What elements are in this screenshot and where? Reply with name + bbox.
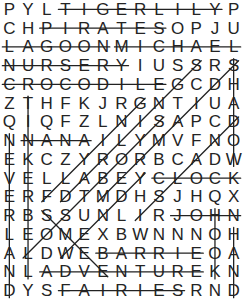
grid-cell-r2c3: P bbox=[37, 19, 56, 38]
grid-cell-r11c3: F bbox=[37, 188, 56, 207]
grid-cell-r15c11: E bbox=[187, 263, 206, 282]
grid-cell-r9c6: R bbox=[93, 150, 112, 169]
grid-cell-r15c13: N bbox=[224, 263, 243, 282]
grid-cell-r16c8: I bbox=[131, 281, 150, 300]
grid-cell-r1c6: G bbox=[93, 0, 112, 19]
grid-cell-r6c5: K bbox=[75, 94, 94, 113]
grid-cell-r15c1: N bbox=[0, 263, 19, 282]
grid-cell-r7c6: L bbox=[93, 113, 112, 132]
grid-cell-r8c1: N bbox=[0, 131, 19, 150]
grid-cell-r13c2: E bbox=[19, 225, 38, 244]
grid-cell-r14c3: D bbox=[37, 244, 56, 263]
grid-cell-r8c2: N bbox=[19, 131, 38, 150]
grid-cell-r9c12: D bbox=[206, 150, 225, 169]
grid-cell-r9c13: W bbox=[224, 150, 243, 169]
grid-cell-r11c8: H bbox=[131, 188, 150, 207]
grid-cell-r10c8: Y bbox=[131, 169, 150, 188]
grid-cell-r2c8: E bbox=[131, 19, 150, 38]
grid-cell-r5c1: C bbox=[0, 75, 19, 94]
grid-cell-r2c11: P bbox=[187, 19, 206, 38]
grid-cell-r14c4: W bbox=[56, 244, 75, 263]
grid-cell-r5c8: L bbox=[131, 75, 150, 94]
grid-cell-r5c5: O bbox=[75, 75, 94, 94]
grid-cell-r11c10: J bbox=[168, 188, 187, 207]
grid-cell-r10c12: C bbox=[206, 169, 225, 188]
grid-cell-r8c10: V bbox=[168, 131, 187, 150]
grid-cell-r13c4: M bbox=[56, 225, 75, 244]
grid-cell-r11c13: X bbox=[224, 188, 243, 207]
grid-cell-r14c1: A bbox=[0, 244, 19, 263]
grid-cell-r6c6: J bbox=[93, 94, 112, 113]
grid-cell-r4c7: Y bbox=[112, 56, 131, 75]
grid-cell-r9c3: C bbox=[37, 150, 56, 169]
grid-cell-r11c12: Q bbox=[206, 188, 225, 207]
grid-cell-r1c7: E bbox=[112, 0, 131, 19]
grid-cell-r7c7: N bbox=[112, 113, 131, 132]
grid-cell-r1c5: I bbox=[75, 0, 94, 19]
grid-cell-r1c11: L bbox=[187, 0, 206, 19]
grid-cell-r13c6: X bbox=[93, 225, 112, 244]
grid-cell-r12c7: L bbox=[112, 206, 131, 225]
grid-cell-r8c5: A bbox=[75, 131, 94, 150]
grid-cell-r3c7: M bbox=[112, 38, 131, 57]
grid-cell-r1c12: Y bbox=[206, 0, 225, 19]
grid-cell-r2c9: S bbox=[150, 19, 169, 38]
grid-cell-r12c3: S bbox=[37, 206, 56, 225]
grid-cell-r10c3: L bbox=[37, 169, 56, 188]
grid-cell-r16c5: A bbox=[75, 281, 94, 300]
grid-cell-r14c12: O bbox=[206, 244, 225, 263]
grid-cell-r6c9: N bbox=[150, 94, 169, 113]
grid-cell-r6c1: Z bbox=[0, 94, 19, 113]
grid-cell-r11c4: D bbox=[56, 188, 75, 207]
grid-cell-r12c8: I bbox=[131, 206, 150, 225]
grid-cell-r7c3: Q bbox=[37, 113, 56, 132]
grid-cell-r4c1: N bbox=[0, 56, 19, 75]
grid-cell-r8c9: M bbox=[150, 131, 169, 150]
grid-cell-r16c2: Y bbox=[19, 281, 38, 300]
grid-cell-r4c3: R bbox=[37, 56, 56, 75]
grid-cell-r9c11: A bbox=[187, 150, 206, 169]
grid-cell-r6c4: F bbox=[56, 94, 75, 113]
grid-cell-r15c4: D bbox=[56, 263, 75, 282]
grid-cell-r10c6: B bbox=[93, 169, 112, 188]
grid-cell-r15c8: T bbox=[131, 263, 150, 282]
grid-cell-r9c5: Y bbox=[75, 150, 94, 169]
grid-cell-r11c1: E bbox=[0, 188, 19, 207]
grid-cell-r6c3: H bbox=[37, 94, 56, 113]
grid-cell-r4c2: U bbox=[19, 56, 38, 75]
grid-cell-r12c12: H bbox=[206, 206, 225, 225]
grid-cell-r3c2: A bbox=[19, 38, 38, 57]
grid-cell-r2c6: A bbox=[93, 19, 112, 38]
grid-cell-r7c10: A bbox=[168, 113, 187, 132]
grid-cell-r5c6: D bbox=[93, 75, 112, 94]
grid-cell-r5c2: R bbox=[19, 75, 38, 94]
grid-cell-r3c5: O bbox=[75, 38, 94, 57]
grid-cell-r10c4: L bbox=[56, 169, 75, 188]
grid-cell-r13c1: L bbox=[0, 225, 19, 244]
grid-cell-r6c8: G bbox=[131, 94, 150, 113]
grid-cell-r10c11: O bbox=[187, 169, 206, 188]
grid-cell-r15c6: E bbox=[93, 263, 112, 282]
grid-cell-r6c7: R bbox=[112, 94, 131, 113]
grid-cell-r11c2: R bbox=[19, 188, 38, 207]
grid-cell-r7c5: Z bbox=[75, 113, 94, 132]
grid-cell-r1c9: L bbox=[150, 0, 169, 19]
grid-cell-r3c12: E bbox=[206, 38, 225, 57]
grid-cell-r8c4: N bbox=[56, 131, 75, 150]
grid-cell-r9c8: R bbox=[131, 150, 150, 169]
grid-cell-r9c7: O bbox=[112, 150, 131, 169]
grid-cell-r5c13: H bbox=[224, 75, 243, 94]
grid-cell-r14c2: L bbox=[19, 244, 38, 263]
grid-cell-r13c7: B bbox=[112, 225, 131, 244]
grid-cell-r1c3: L bbox=[37, 0, 56, 19]
grid-cell-r7c11: P bbox=[187, 113, 206, 132]
grid-cell-r11c6: M bbox=[93, 188, 112, 207]
grid-cell-r11c7: D bbox=[112, 188, 131, 207]
grid-cell-r3c4: O bbox=[56, 38, 75, 57]
grid-cell-r3c10: H bbox=[168, 38, 187, 57]
grid-cell-r16c6: I bbox=[93, 281, 112, 300]
grid-cell-r16c3: S bbox=[37, 281, 56, 300]
grid-cell-r1c1: P bbox=[0, 0, 19, 19]
grid-cell-r12c2: B bbox=[19, 206, 38, 225]
grid-cell-r7c4: F bbox=[56, 113, 75, 132]
grid-cell-r3c13: L bbox=[224, 38, 243, 57]
grid-cell-r12c6: N bbox=[93, 206, 112, 225]
grid-cell-r7c12: C bbox=[206, 113, 225, 132]
grid-cell-r5c3: O bbox=[37, 75, 56, 94]
grid-cell-r9c9: B bbox=[150, 150, 169, 169]
grid-cell-r9c1: E bbox=[0, 150, 19, 169]
grid-cell-r2c10: O bbox=[168, 19, 187, 38]
grid-cell-r10c5: A bbox=[75, 169, 94, 188]
grid-cell-r2c7: T bbox=[112, 19, 131, 38]
grid-cell-r14c8: R bbox=[131, 244, 150, 263]
grid-cell-r13c3: O bbox=[37, 225, 56, 244]
grid-cell-r7c2: I bbox=[19, 113, 38, 132]
grid-cell-r5c4: C bbox=[56, 75, 75, 94]
grid-cell-r6c2: T bbox=[19, 94, 38, 113]
grid-cell-r15c9: U bbox=[150, 263, 169, 282]
grid-cell-r1c10: I bbox=[168, 0, 187, 19]
grid-cell-r13c10: N bbox=[168, 225, 187, 244]
grid-cell-r16c9: E bbox=[150, 281, 169, 300]
grid-cell-r4c5: E bbox=[75, 56, 94, 75]
grid-cell-r12c13: N bbox=[224, 206, 243, 225]
grid-cell-r15c7: N bbox=[112, 263, 131, 282]
grid-cell-r3c8: I bbox=[131, 38, 150, 57]
grid-cell-r5c10: G bbox=[168, 75, 187, 94]
grid-cell-r8c3: A bbox=[37, 131, 56, 150]
grid-cell-r1c2: Y bbox=[19, 0, 38, 19]
grid-cell-r8c7: L bbox=[112, 131, 131, 150]
grid-cell-r11c5: T bbox=[75, 188, 94, 207]
grid-cell-r10c10: L bbox=[168, 169, 187, 188]
grid-cell-r1c13: P bbox=[224, 0, 243, 19]
grid-cell-r13c13: H bbox=[224, 225, 243, 244]
grid-cell-r12c4: S bbox=[56, 206, 75, 225]
grid-cell-r8c11: F bbox=[187, 131, 206, 150]
grid-cell-r14c7: A bbox=[112, 244, 131, 263]
grid-cell-r16c4: F bbox=[56, 281, 75, 300]
grid-cell-r10c1: V bbox=[0, 169, 19, 188]
grid-cell-r14c6: B bbox=[93, 244, 112, 263]
grid-cell-r4c10: S bbox=[168, 56, 187, 75]
grid-cell-r3c9: C bbox=[150, 38, 169, 57]
grid-cell-r14c10: I bbox=[168, 244, 187, 263]
grid-cell-r1c8: R bbox=[131, 0, 150, 19]
grid-cell-r9c2: K bbox=[19, 150, 38, 169]
grid-cell-r7c1: Q bbox=[0, 113, 19, 132]
grid-cell-r15c5: V bbox=[75, 263, 94, 282]
grid-cell-r2c4: I bbox=[56, 19, 75, 38]
grid-cell-r5c7: I bbox=[112, 75, 131, 94]
grid-cell-r5c9: E bbox=[150, 75, 169, 94]
grid-cell-r6c10: T bbox=[168, 94, 187, 113]
grid-cell-r6c11: I bbox=[187, 94, 206, 113]
grid-cell-r16c1: D bbox=[0, 281, 19, 300]
grid-cell-r5c11: C bbox=[187, 75, 206, 94]
grid-cell-r10c7: E bbox=[112, 169, 131, 188]
grid-cell-r4c12: R bbox=[206, 56, 225, 75]
grid-cell-r11c11: H bbox=[187, 188, 206, 207]
grid-cell-r10c2: E bbox=[19, 169, 38, 188]
grid-cell-r2c12: J bbox=[206, 19, 225, 38]
grid-cell-r12c9: R bbox=[150, 206, 169, 225]
grid-cell-r4c6: R bbox=[93, 56, 112, 75]
grid-cell-r14c11: E bbox=[187, 244, 206, 263]
grid-cell-r2c5: R bbox=[75, 19, 94, 38]
grid-cell-r16c7: R bbox=[112, 281, 131, 300]
grid-cell-r15c3: A bbox=[37, 263, 56, 282]
grid-cell-r10c9: C bbox=[150, 169, 169, 188]
grid-cell-r16c13: D bbox=[224, 281, 243, 300]
grid-cell-r12c11: O bbox=[187, 206, 206, 225]
grid-cell-r3c1: L bbox=[0, 38, 19, 57]
grid-cell-r13c12: O bbox=[206, 225, 225, 244]
grid-cell-r14c5: E bbox=[75, 244, 94, 263]
grid-cell-r2c13: U bbox=[224, 19, 243, 38]
grid-cell-r8c8: Y bbox=[131, 131, 150, 150]
grid-cell-r8c6: I bbox=[93, 131, 112, 150]
grid-cell-r16c11: R bbox=[187, 281, 206, 300]
grid-cell-r6c12: U bbox=[206, 94, 225, 113]
grid-cell-r9c10: C bbox=[168, 150, 187, 169]
grid-cell-r4c8: I bbox=[131, 56, 150, 75]
grid-cell-r2c1: C bbox=[0, 19, 19, 38]
grid-cell-r1c4: T bbox=[56, 0, 75, 19]
grid-cell-r15c12: K bbox=[206, 263, 225, 282]
grid-cell-r15c2: L bbox=[19, 263, 38, 282]
grid-cell-r3c3: G bbox=[37, 38, 56, 57]
grid-cell-r14c9: R bbox=[150, 244, 169, 263]
grid-cell-r8c12: N bbox=[206, 131, 225, 150]
grid-cell-r7c8: I bbox=[131, 113, 150, 132]
grid-cell-r4c9: U bbox=[150, 56, 169, 75]
grid-cell-r3c6: N bbox=[93, 38, 112, 57]
grid-cell-r12c10: J bbox=[168, 206, 187, 225]
grid-cell-r12c1: R bbox=[0, 206, 19, 225]
grid-cell-r4c4: S bbox=[56, 56, 75, 75]
grid-cell-r5c12: D bbox=[206, 75, 225, 94]
grid-cell-r16c12: N bbox=[206, 281, 225, 300]
grid-cell-r12c5: U bbox=[75, 206, 94, 225]
grid-cell-r7c9: S bbox=[150, 113, 169, 132]
grid-cell-r13c11: N bbox=[187, 225, 206, 244]
grid-cell-r2c2: H bbox=[19, 19, 38, 38]
grid-cell-r14c13: A bbox=[224, 244, 243, 263]
word-search-board: PYLTIGERLILYPCHPIRATESOPJULAGOONMICHAELN… bbox=[0, 0, 243, 300]
grid-cell-r13c5: E bbox=[75, 225, 94, 244]
grid-cell-r3c11: A bbox=[187, 38, 206, 57]
grid-cell-r9c4: Z bbox=[56, 150, 75, 169]
grid-cell-r6c13: A bbox=[224, 94, 243, 113]
word-grid: PYLTIGERLILYPCHPIRATESOPJULAGOONMICHAELN… bbox=[0, 0, 243, 300]
grid-cell-r13c8: W bbox=[131, 225, 150, 244]
grid-cell-r10c13: K bbox=[224, 169, 243, 188]
grid-cell-r11c9: S bbox=[150, 188, 169, 207]
grid-cell-r7c13: D bbox=[224, 113, 243, 132]
grid-cell-r15c10: R bbox=[168, 263, 187, 282]
grid-cell-r16c10: S bbox=[168, 281, 187, 300]
grid-cell-r4c11: S bbox=[187, 56, 206, 75]
grid-cell-r8c13: O bbox=[224, 131, 243, 150]
grid-cell-r13c9: N bbox=[150, 225, 169, 244]
grid-cell-r4c13: S bbox=[224, 56, 243, 75]
